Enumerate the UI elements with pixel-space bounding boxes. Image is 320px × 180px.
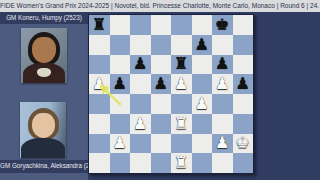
event-title-bar: FIDE Women's Grand Prix 2024-2025 | Novo… [0, 0, 320, 12]
square-b1[interactable] [110, 153, 131, 173]
square-c2[interactable] [130, 134, 151, 154]
square-b2[interactable]: ♟ [110, 134, 131, 154]
square-g3[interactable] [212, 114, 233, 134]
square-b3[interactable] [110, 114, 131, 134]
piece-black-rook: ♜ [171, 55, 192, 75]
square-f1[interactable] [192, 153, 213, 173]
event-title: FIDE Women's Grand Prix 2024-2025 | Novo… [0, 2, 320, 9]
square-c6[interactable]: ♟ [130, 55, 151, 75]
square-d3[interactable] [151, 114, 172, 134]
square-d2[interactable] [151, 134, 172, 154]
square-h1[interactable] [233, 153, 254, 173]
piece-white-pawn: ♟ [212, 74, 233, 94]
square-h3[interactable] [233, 114, 254, 134]
players-panel: GM Koneru, Humpy (2523) GM Goryachkina, … [0, 12, 88, 180]
player-name-bottom-label: GM Goryachkina, Aleksandra (2546) [0, 162, 88, 169]
piece-white-king: ♚ [233, 134, 254, 154]
piece-white-pawn: ♟ [130, 114, 151, 134]
square-e3[interactable]: ♜ [171, 114, 192, 134]
square-h5[interactable]: ♟ [233, 74, 254, 94]
square-a5[interactable]: ♟ [89, 74, 110, 94]
square-f6[interactable] [192, 55, 213, 75]
square-f5[interactable] [192, 74, 213, 94]
square-b7[interactable] [110, 35, 131, 55]
square-c8[interactable] [130, 15, 151, 35]
square-e4[interactable] [171, 94, 192, 114]
square-a6[interactable] [89, 55, 110, 75]
square-a2[interactable] [89, 134, 110, 154]
photo-face [32, 113, 55, 138]
square-g2[interactable]: ♟ [212, 134, 233, 154]
square-b6[interactable] [110, 55, 131, 75]
photo-collar [37, 68, 51, 77]
piece-black-king: ♚ [212, 15, 233, 35]
piece-black-pawn: ♟ [212, 55, 233, 75]
square-c7[interactable] [130, 35, 151, 55]
square-c4[interactable] [130, 94, 151, 114]
square-d5[interactable]: ♟ [151, 74, 172, 94]
piece-black-pawn: ♟ [110, 74, 131, 94]
chess-board[interactable]: ♜♚♟♟♜♟♟♟♟♟♟♟♟♟♜♟♟♚♜ [89, 15, 253, 173]
piece-white-pawn: ♟ [89, 74, 110, 94]
square-h2[interactable]: ♚ [233, 134, 254, 154]
square-c1[interactable] [130, 153, 151, 173]
square-f4[interactable]: ♟ [192, 94, 213, 114]
square-g1[interactable] [212, 153, 233, 173]
square-h7[interactable] [233, 35, 254, 55]
piece-black-pawn: ♟ [233, 74, 254, 94]
square-g6[interactable]: ♟ [212, 55, 233, 75]
square-a1[interactable] [89, 153, 110, 173]
square-h8[interactable] [233, 15, 254, 35]
square-a3[interactable] [89, 114, 110, 134]
square-h4[interactable] [233, 94, 254, 114]
square-a8[interactable]: ♜ [89, 15, 110, 35]
piece-black-pawn: ♟ [130, 55, 151, 75]
photo-face [32, 37, 56, 63]
player-photo-bottom [20, 102, 66, 158]
square-a4[interactable] [89, 94, 110, 114]
square-e7[interactable] [171, 35, 192, 55]
square-e5[interactable]: ♟ [171, 74, 192, 94]
square-e6[interactable]: ♜ [171, 55, 192, 75]
square-b5[interactable]: ♟ [110, 74, 131, 94]
square-g8[interactable]: ♚ [212, 15, 233, 35]
piece-white-rook: ♜ [171, 114, 192, 134]
player-name-top-label: GM Koneru, Humpy (2523) [6, 14, 82, 21]
piece-black-pawn: ♟ [192, 35, 213, 55]
square-f2[interactable] [192, 134, 213, 154]
square-b8[interactable] [110, 15, 131, 35]
chess-board-frame: ♜♚♟♟♜♟♟♟♟♟♟♟♟♟♜♟♟♚♜ [88, 14, 254, 174]
square-d6[interactable] [151, 55, 172, 75]
piece-black-rook: ♜ [89, 15, 110, 35]
piece-white-rook: ♜ [171, 153, 192, 173]
square-c5[interactable] [130, 74, 151, 94]
square-f8[interactable] [192, 15, 213, 35]
square-b4[interactable] [110, 94, 131, 114]
piece-black-pawn: ♟ [151, 74, 172, 94]
square-e8[interactable] [171, 15, 192, 35]
square-h6[interactable] [233, 55, 254, 75]
piece-white-pawn: ♟ [212, 134, 233, 154]
square-c3[interactable]: ♟ [130, 114, 151, 134]
player-name-bottom: GM Goryachkina, Aleksandra (2546) [0, 160, 88, 173]
player-name-top: GM Koneru, Humpy (2523) [0, 12, 88, 24]
piece-white-pawn: ♟ [171, 74, 192, 94]
piece-white-pawn: ♟ [192, 94, 213, 114]
square-f3[interactable] [192, 114, 213, 134]
piece-white-pawn: ♟ [110, 134, 131, 154]
square-d7[interactable] [151, 35, 172, 55]
square-d4[interactable] [151, 94, 172, 114]
square-d8[interactable] [151, 15, 172, 35]
square-g4[interactable] [212, 94, 233, 114]
photo-shoulders [21, 138, 65, 158]
square-g5[interactable]: ♟ [212, 74, 233, 94]
square-e1[interactable]: ♜ [171, 153, 192, 173]
square-a7[interactable] [89, 35, 110, 55]
player-photo-top [21, 28, 67, 83]
square-g7[interactable] [212, 35, 233, 55]
square-d1[interactable] [151, 153, 172, 173]
square-e2[interactable] [171, 134, 192, 154]
square-f7[interactable]: ♟ [192, 35, 213, 55]
